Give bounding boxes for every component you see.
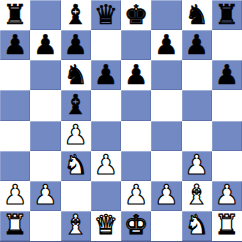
square-a4[interactable]: [0, 121, 30, 151]
square-e4[interactable]: [121, 121, 151, 151]
square-b6[interactable]: [30, 60, 60, 90]
piece-black-rook[interactable]: ♜: [3, 1, 27, 28]
square-c8[interactable]: ♝: [61, 0, 91, 30]
square-c3[interactable]: ♞: [61, 151, 91, 181]
square-e8[interactable]: ♚: [121, 0, 151, 30]
square-h7[interactable]: [212, 30, 242, 60]
piece-white-bishop[interactable]: ♝: [185, 181, 209, 208]
piece-black-queen[interactable]: ♛: [94, 1, 118, 28]
piece-white-king[interactable]: ♚: [124, 211, 148, 238]
piece-white-knight[interactable]: ♞: [64, 151, 88, 178]
square-d4[interactable]: [91, 121, 121, 151]
square-c5[interactable]: ♝: [61, 90, 91, 120]
square-d2[interactable]: [91, 181, 121, 211]
square-c4[interactable]: ♟: [61, 121, 91, 151]
square-c2[interactable]: [61, 181, 91, 211]
chess-board: ♜♝♛♚♞♜♟♟♟♟♟♞♟♟♟♝♟♞♟♟♟♟♟♟♝♟♜♝♛♚♞♜: [0, 0, 242, 242]
chess-board-wrapper: ♜♝♛♚♞♜♟♟♟♟♟♞♟♟♟♝♟♞♟♟♟♟♟♟♝♟♜♝♛♚♞♜: [0, 0, 242, 242]
square-d3[interactable]: ♟: [91, 151, 121, 181]
piece-black-bishop[interactable]: ♝: [64, 1, 88, 28]
square-h8[interactable]: ♜: [212, 0, 242, 30]
square-g5[interactable]: [182, 90, 212, 120]
square-e2[interactable]: ♟: [121, 181, 151, 211]
square-c7[interactable]: ♟: [61, 30, 91, 60]
square-b1[interactable]: [30, 211, 60, 241]
square-g3[interactable]: ♟: [182, 151, 212, 181]
square-a3[interactable]: [0, 151, 30, 181]
piece-white-pawn[interactable]: ♟: [154, 181, 178, 208]
square-h6[interactable]: ♟: [212, 60, 242, 90]
square-f4[interactable]: [151, 121, 181, 151]
square-e5[interactable]: [121, 90, 151, 120]
piece-white-pawn[interactable]: ♟: [3, 181, 27, 208]
piece-white-pawn[interactable]: ♟: [94, 151, 118, 178]
square-f6[interactable]: [151, 60, 181, 90]
piece-white-bishop[interactable]: ♝: [64, 211, 88, 238]
square-f7[interactable]: ♟: [151, 30, 181, 60]
square-d1[interactable]: ♛: [91, 211, 121, 241]
piece-black-pawn[interactable]: ♟: [94, 61, 118, 88]
piece-white-knight[interactable]: ♞: [185, 211, 209, 238]
piece-black-pawn[interactable]: ♟: [154, 31, 178, 58]
square-h3[interactable]: [212, 151, 242, 181]
square-c1[interactable]: ♝: [61, 211, 91, 241]
square-g4[interactable]: [182, 121, 212, 151]
piece-black-pawn[interactable]: ♟: [215, 61, 239, 88]
piece-black-knight[interactable]: ♞: [185, 1, 209, 28]
square-g8[interactable]: ♞: [182, 0, 212, 30]
square-b3[interactable]: [30, 151, 60, 181]
piece-black-bishop[interactable]: ♝: [64, 91, 88, 118]
square-f2[interactable]: ♟: [151, 181, 181, 211]
piece-white-rook[interactable]: ♜: [3, 211, 27, 238]
square-f3[interactable]: [151, 151, 181, 181]
square-f5[interactable]: [151, 90, 181, 120]
square-g7[interactable]: ♟: [182, 30, 212, 60]
square-b5[interactable]: [30, 90, 60, 120]
piece-black-knight[interactable]: ♞: [64, 61, 88, 88]
square-d7[interactable]: [91, 30, 121, 60]
square-d8[interactable]: ♛: [91, 0, 121, 30]
piece-white-rook[interactable]: ♜: [215, 211, 239, 238]
square-f1[interactable]: [151, 211, 181, 241]
square-c6[interactable]: ♞: [61, 60, 91, 90]
piece-black-pawn[interactable]: ♟: [64, 31, 88, 58]
piece-white-pawn[interactable]: ♟: [64, 121, 88, 148]
square-a1[interactable]: ♜: [0, 211, 30, 241]
square-g6[interactable]: [182, 60, 212, 90]
square-e6[interactable]: ♟: [121, 60, 151, 90]
square-b2[interactable]: ♟: [30, 181, 60, 211]
square-a6[interactable]: [0, 60, 30, 90]
piece-white-pawn[interactable]: ♟: [215, 181, 239, 208]
square-b8[interactable]: [30, 0, 60, 30]
square-g1[interactable]: ♞: [182, 211, 212, 241]
piece-black-pawn[interactable]: ♟: [185, 31, 209, 58]
square-e3[interactable]: [121, 151, 151, 181]
square-a2[interactable]: ♟: [0, 181, 30, 211]
square-h2[interactable]: ♟: [212, 181, 242, 211]
square-a7[interactable]: ♟: [0, 30, 30, 60]
square-e7[interactable]: [121, 30, 151, 60]
piece-white-queen[interactable]: ♛: [94, 211, 118, 238]
piece-black-pawn[interactable]: ♟: [33, 31, 57, 58]
piece-white-pawn[interactable]: ♟: [185, 151, 209, 178]
square-h5[interactable]: [212, 90, 242, 120]
square-e1[interactable]: ♚: [121, 211, 151, 241]
square-d6[interactable]: ♟: [91, 60, 121, 90]
piece-black-king[interactable]: ♚: [124, 1, 148, 28]
piece-black-rook[interactable]: ♜: [215, 1, 239, 28]
piece-white-pawn[interactable]: ♟: [124, 181, 148, 208]
square-h1[interactable]: ♜: [212, 211, 242, 241]
piece-white-pawn[interactable]: ♟: [33, 181, 57, 208]
piece-black-pawn[interactable]: ♟: [124, 61, 148, 88]
square-b4[interactable]: [30, 121, 60, 151]
square-a5[interactable]: [0, 90, 30, 120]
square-h4[interactable]: [212, 121, 242, 151]
square-b7[interactable]: ♟: [30, 30, 60, 60]
square-f8[interactable]: [151, 0, 181, 30]
piece-black-pawn[interactable]: ♟: [3, 31, 27, 58]
square-d5[interactable]: [91, 90, 121, 120]
square-g2[interactable]: ♝: [182, 181, 212, 211]
square-a8[interactable]: ♜: [0, 0, 30, 30]
